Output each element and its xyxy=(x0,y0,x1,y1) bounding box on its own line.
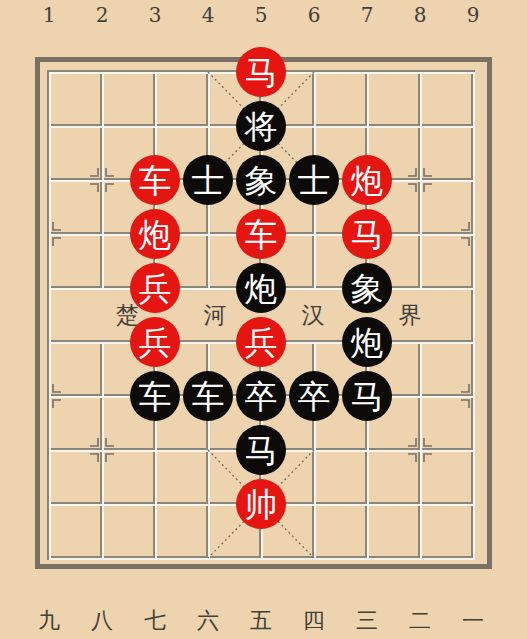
file-label-bottom: 九 xyxy=(23,606,76,636)
file-label-bottom: 五 xyxy=(235,606,288,636)
file-label-top: 9 xyxy=(447,0,500,30)
piece-black-soldier[interactable]: 卒 xyxy=(289,371,339,421)
file-label-bottom: 八 xyxy=(76,606,129,636)
file-label-top: 1 xyxy=(23,0,76,30)
piece-red-soldier[interactable]: 兵 xyxy=(130,263,180,313)
pieces-layer: 马将车士象士炮炮车马兵炮象兵兵炮车车卒卒马马帅 xyxy=(23,45,500,585)
piece-black-horse[interactable]: 马 xyxy=(236,425,286,475)
file-label-top: 7 xyxy=(341,0,394,30)
file-label-bottom: 一 xyxy=(447,606,500,636)
piece-red-general[interactable]: 帅 xyxy=(236,479,286,529)
piece-red-soldier[interactable]: 兵 xyxy=(130,317,180,367)
piece-black-advisor[interactable]: 士 xyxy=(183,155,233,205)
piece-black-advisor[interactable]: 士 xyxy=(289,155,339,205)
xiangqi-puzzle-page: 123456789 楚河汉界 马将车士象士炮炮车马兵炮象兵兵炮车车卒卒马马帅 九… xyxy=(0,0,527,639)
file-label-top: 6 xyxy=(288,0,341,30)
file-label-bottom: 三 xyxy=(341,606,394,636)
piece-red-cannon[interactable]: 炮 xyxy=(130,209,180,259)
piece-red-cannon[interactable]: 炮 xyxy=(342,155,392,205)
piece-red-chariot[interactable]: 车 xyxy=(236,209,286,259)
file-label-bottom: 六 xyxy=(182,606,235,636)
piece-black-chariot[interactable]: 车 xyxy=(130,371,180,421)
file-label-top: 2 xyxy=(76,0,129,30)
file-label-bottom: 二 xyxy=(394,606,447,636)
bottom-coordinates: 九八七六五四三二一 xyxy=(23,606,500,636)
piece-red-soldier[interactable]: 兵 xyxy=(236,317,286,367)
piece-black-soldier[interactable]: 卒 xyxy=(236,371,286,421)
piece-black-cannon[interactable]: 炮 xyxy=(236,263,286,313)
top-coordinates: 123456789 xyxy=(23,0,500,30)
piece-red-chariot[interactable]: 车 xyxy=(130,155,180,205)
piece-black-chariot[interactable]: 车 xyxy=(183,371,233,421)
piece-black-cannon[interactable]: 炮 xyxy=(342,317,392,367)
file-label-bottom: 七 xyxy=(129,606,182,636)
piece-black-elephant[interactable]: 象 xyxy=(342,263,392,313)
piece-black-general[interactable]: 将 xyxy=(236,101,286,151)
piece-black-horse[interactable]: 马 xyxy=(342,371,392,421)
file-label-top: 8 xyxy=(394,0,447,30)
file-label-bottom: 四 xyxy=(288,606,341,636)
file-label-top: 4 xyxy=(182,0,235,30)
piece-black-elephant[interactable]: 象 xyxy=(236,155,286,205)
file-label-top: 5 xyxy=(235,0,288,30)
file-label-top: 3 xyxy=(129,0,182,30)
piece-red-horse[interactable]: 马 xyxy=(342,209,392,259)
piece-red-horse[interactable]: 马 xyxy=(236,47,286,97)
